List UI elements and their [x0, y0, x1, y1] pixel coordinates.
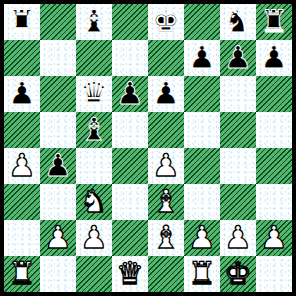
square-a7[interactable]: [4, 40, 40, 76]
square-e6[interactable]: ♟: [148, 76, 184, 112]
square-a3[interactable]: [4, 184, 40, 220]
square-b8[interactable]: [40, 4, 76, 40]
square-c3[interactable]: ♞: [76, 184, 112, 220]
square-c1[interactable]: [76, 256, 112, 292]
square-h3[interactable]: [256, 184, 292, 220]
square-e4[interactable]: ♟: [148, 148, 184, 184]
square-g6[interactable]: [220, 76, 256, 112]
piece-white-pawn: ♟: [8, 148, 36, 183]
piece-black-pawn: ♟: [260, 40, 288, 75]
square-b3[interactable]: [40, 184, 76, 220]
square-h6[interactable]: [256, 76, 292, 112]
square-c6[interactable]: ♛: [76, 76, 112, 112]
chess-board: ♜♝♚♞♜♟♟♟♟♛♟♟♝♟♟♟♞♝♟♟♝♟♟♟♜♛♜♚: [4, 4, 292, 292]
square-d3[interactable]: [112, 184, 148, 220]
square-d7[interactable]: [112, 40, 148, 76]
piece-white-pawn: ♟: [188, 220, 216, 255]
piece-white-pawn: ♟: [44, 220, 72, 255]
square-f6[interactable]: [184, 76, 220, 112]
piece-black-bishop: ♝: [80, 4, 108, 39]
square-h2[interactable]: ♟: [256, 220, 292, 256]
square-d2[interactable]: [112, 220, 148, 256]
piece-white-pawn: ♟: [224, 220, 252, 255]
piece-black-queen: ♛: [80, 76, 108, 111]
piece-black-pawn: ♟: [188, 40, 216, 75]
square-a2[interactable]: [4, 220, 40, 256]
piece-black-pawn: ♟: [152, 76, 180, 111]
square-b1[interactable]: [40, 256, 76, 292]
piece-white-bishop: ♝: [152, 184, 180, 219]
piece-black-knight: ♞: [224, 4, 252, 39]
piece-white-queen: ♛: [116, 256, 144, 291]
square-h1[interactable]: [256, 256, 292, 292]
square-d5[interactable]: [112, 112, 148, 148]
square-a5[interactable]: [4, 112, 40, 148]
square-f2[interactable]: ♟: [184, 220, 220, 256]
square-e3[interactable]: ♝: [148, 184, 184, 220]
square-c2[interactable]: ♟: [76, 220, 112, 256]
piece-black-king: ♚: [152, 4, 180, 39]
square-h7[interactable]: ♟: [256, 40, 292, 76]
piece-black-pawn: ♟: [44, 148, 72, 183]
square-d1[interactable]: ♛: [112, 256, 148, 292]
square-c8[interactable]: ♝: [76, 4, 112, 40]
piece-black-pawn: ♟: [8, 76, 36, 111]
square-b5[interactable]: [40, 112, 76, 148]
square-e8[interactable]: ♚: [148, 4, 184, 40]
piece-white-pawn: ♟: [152, 148, 180, 183]
square-h8[interactable]: ♜: [256, 4, 292, 40]
piece-black-pawn: ♟: [116, 76, 144, 111]
piece-white-king: ♚: [224, 256, 252, 291]
piece-white-rook: ♜: [188, 256, 216, 291]
square-g5[interactable]: [220, 112, 256, 148]
square-b2[interactable]: ♟: [40, 220, 76, 256]
square-b7[interactable]: [40, 40, 76, 76]
piece-white-bishop: ♝: [152, 220, 180, 255]
square-d6[interactable]: ♟: [112, 76, 148, 112]
square-g8[interactable]: ♞: [220, 4, 256, 40]
square-h5[interactable]: [256, 112, 292, 148]
square-g2[interactable]: ♟: [220, 220, 256, 256]
piece-black-pawn: ♟: [224, 40, 252, 75]
square-e2[interactable]: ♝: [148, 220, 184, 256]
piece-black-rook: ♜: [260, 4, 288, 39]
square-g7[interactable]: ♟: [220, 40, 256, 76]
piece-black-rook: ♜: [8, 4, 36, 39]
square-a8[interactable]: ♜: [4, 4, 40, 40]
piece-white-rook: ♜: [8, 256, 36, 291]
square-f4[interactable]: [184, 148, 220, 184]
square-a6[interactable]: ♟: [4, 76, 40, 112]
square-b4[interactable]: ♟: [40, 148, 76, 184]
square-e7[interactable]: [148, 40, 184, 76]
square-b6[interactable]: [40, 76, 76, 112]
piece-black-bishop: ♝: [80, 112, 108, 147]
square-c4[interactable]: [76, 148, 112, 184]
square-e1[interactable]: [148, 256, 184, 292]
square-a1[interactable]: ♜: [4, 256, 40, 292]
square-e5[interactable]: [148, 112, 184, 148]
square-d8[interactable]: [112, 4, 148, 40]
square-d4[interactable]: [112, 148, 148, 184]
square-c5[interactable]: ♝: [76, 112, 112, 148]
square-a4[interactable]: ♟: [4, 148, 40, 184]
square-g3[interactable]: [220, 184, 256, 220]
square-c7[interactable]: [76, 40, 112, 76]
piece-white-pawn: ♟: [260, 220, 288, 255]
square-g1[interactable]: ♚: [220, 256, 256, 292]
square-g4[interactable]: [220, 148, 256, 184]
piece-white-pawn: ♟: [80, 220, 108, 255]
square-f5[interactable]: [184, 112, 220, 148]
square-f7[interactable]: ♟: [184, 40, 220, 76]
square-f1[interactable]: ♜: [184, 256, 220, 292]
square-f8[interactable]: [184, 4, 220, 40]
square-h4[interactable]: [256, 148, 292, 184]
square-f3[interactable]: [184, 184, 220, 220]
piece-white-knight: ♞: [80, 184, 108, 219]
chess-board-frame: ♜♝♚♞♜♟♟♟♟♛♟♟♝♟♟♟♞♝♟♟♝♟♟♟♜♛♜♚: [0, 0, 296, 296]
